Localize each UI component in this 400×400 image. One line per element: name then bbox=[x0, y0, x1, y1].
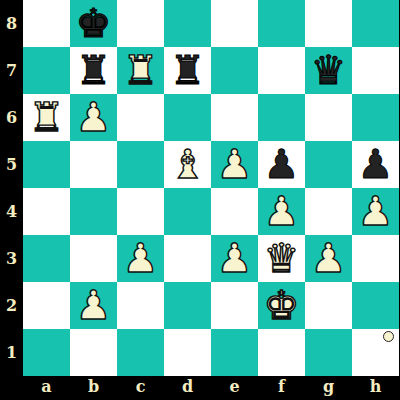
square-f2[interactable]: ♚ bbox=[258, 282, 305, 329]
square-g3[interactable]: ♟ bbox=[305, 235, 352, 282]
file-label-h: h bbox=[352, 376, 399, 400]
square-e2[interactable] bbox=[211, 282, 258, 329]
square-c8[interactable] bbox=[117, 0, 164, 47]
white-bishop[interactable]: ♝ bbox=[164, 141, 211, 188]
square-c3[interactable]: ♟ bbox=[117, 235, 164, 282]
square-f4[interactable]: ♟ bbox=[258, 188, 305, 235]
white-king[interactable]: ♚ bbox=[258, 282, 305, 329]
square-a5[interactable] bbox=[23, 141, 70, 188]
square-b5[interactable] bbox=[70, 141, 117, 188]
square-a7[interactable] bbox=[23, 47, 70, 94]
square-a6[interactable]: ♜ bbox=[23, 94, 70, 141]
square-c4[interactable] bbox=[117, 188, 164, 235]
square-e3[interactable]: ♟ bbox=[211, 235, 258, 282]
black-king[interactable]: ♚ bbox=[70, 0, 117, 47]
square-h5[interactable]: ♟ bbox=[352, 141, 399, 188]
square-f6[interactable] bbox=[258, 94, 305, 141]
square-c1[interactable] bbox=[117, 329, 164, 376]
square-d6[interactable] bbox=[164, 94, 211, 141]
square-g4[interactable] bbox=[305, 188, 352, 235]
square-b4[interactable] bbox=[70, 188, 117, 235]
rank-label-7: 7 bbox=[0, 47, 23, 94]
square-d4[interactable] bbox=[164, 188, 211, 235]
white-pawn[interactable]: ♟ bbox=[258, 188, 305, 235]
square-e5[interactable]: ♟ bbox=[211, 141, 258, 188]
rank-label-1: 1 bbox=[0, 329, 23, 376]
file-label-d: d bbox=[164, 376, 211, 400]
white-pawn[interactable]: ♟ bbox=[70, 282, 117, 329]
square-f3[interactable]: ♛ bbox=[258, 235, 305, 282]
square-h4[interactable]: ♟ bbox=[352, 188, 399, 235]
square-b7[interactable]: ♜ bbox=[70, 47, 117, 94]
square-b2[interactable]: ♟ bbox=[70, 282, 117, 329]
square-e7[interactable] bbox=[211, 47, 258, 94]
square-f1[interactable] bbox=[258, 329, 305, 376]
square-c5[interactable] bbox=[117, 141, 164, 188]
white-pawn[interactable]: ♟ bbox=[117, 235, 164, 282]
square-b3[interactable] bbox=[70, 235, 117, 282]
rank-label-8: 8 bbox=[0, 0, 23, 47]
white-rook[interactable]: ♜ bbox=[23, 94, 70, 141]
square-b8[interactable]: ♚ bbox=[70, 0, 117, 47]
file-label-b: b bbox=[70, 376, 117, 400]
square-f7[interactable] bbox=[258, 47, 305, 94]
chess-board[interactable]: ♚♜♜♜♛♜♟♝♟♟♟♟♟♟♟♛♟♟♚ bbox=[23, 0, 399, 376]
white-pawn[interactable]: ♟ bbox=[211, 235, 258, 282]
file-label-e: e bbox=[211, 376, 258, 400]
black-pawn[interactable]: ♟ bbox=[258, 141, 305, 188]
square-a3[interactable] bbox=[23, 235, 70, 282]
square-h7[interactable] bbox=[352, 47, 399, 94]
square-a1[interactable] bbox=[23, 329, 70, 376]
rank-label-4: 4 bbox=[0, 188, 23, 235]
square-e1[interactable] bbox=[211, 329, 258, 376]
file-label-g: g bbox=[305, 376, 352, 400]
square-g6[interactable] bbox=[305, 94, 352, 141]
square-e6[interactable] bbox=[211, 94, 258, 141]
rank-label-3: 3 bbox=[0, 235, 23, 282]
black-queen[interactable]: ♛ bbox=[305, 47, 352, 94]
square-b6[interactable]: ♟ bbox=[70, 94, 117, 141]
square-b1[interactable] bbox=[70, 329, 117, 376]
black-rook[interactable]: ♜ bbox=[70, 47, 117, 94]
square-d2[interactable] bbox=[164, 282, 211, 329]
file-label-c: c bbox=[117, 376, 164, 400]
black-rook[interactable]: ♜ bbox=[164, 47, 211, 94]
square-a8[interactable] bbox=[23, 0, 70, 47]
square-f8[interactable] bbox=[258, 0, 305, 47]
square-g7[interactable]: ♛ bbox=[305, 47, 352, 94]
square-d1[interactable] bbox=[164, 329, 211, 376]
rank-label-2: 2 bbox=[0, 282, 23, 329]
rank-labels: 87654321 bbox=[0, 0, 23, 376]
white-pawn[interactable]: ♟ bbox=[211, 141, 258, 188]
square-d8[interactable] bbox=[164, 0, 211, 47]
square-h2[interactable] bbox=[352, 282, 399, 329]
white-pawn[interactable]: ♟ bbox=[352, 188, 399, 235]
white-rook[interactable]: ♜ bbox=[117, 47, 164, 94]
rank-label-5: 5 bbox=[0, 141, 23, 188]
square-d5[interactable]: ♝ bbox=[164, 141, 211, 188]
square-g1[interactable] bbox=[305, 329, 352, 376]
file-label-f: f bbox=[258, 376, 305, 400]
white-queen[interactable]: ♛ bbox=[258, 235, 305, 282]
square-e4[interactable] bbox=[211, 188, 258, 235]
square-h6[interactable] bbox=[352, 94, 399, 141]
white-to-move-indicator bbox=[383, 331, 394, 342]
rank-label-6: 6 bbox=[0, 94, 23, 141]
square-d3[interactable] bbox=[164, 235, 211, 282]
square-c7[interactable]: ♜ bbox=[117, 47, 164, 94]
square-g8[interactable] bbox=[305, 0, 352, 47]
square-h8[interactable] bbox=[352, 0, 399, 47]
file-label-a: a bbox=[23, 376, 70, 400]
square-a4[interactable] bbox=[23, 188, 70, 235]
white-pawn[interactable]: ♟ bbox=[70, 94, 117, 141]
square-e8[interactable] bbox=[211, 0, 258, 47]
square-g5[interactable] bbox=[305, 141, 352, 188]
chess-board-window: 87654321 ♚♜♜♜♛♜♟♝♟♟♟♟♟♟♟♛♟♟♚ abcdefgh bbox=[0, 0, 400, 400]
square-a2[interactable] bbox=[23, 282, 70, 329]
square-h3[interactable] bbox=[352, 235, 399, 282]
file-labels: abcdefgh bbox=[23, 376, 399, 400]
white-pawn[interactable]: ♟ bbox=[305, 235, 352, 282]
square-g2[interactable] bbox=[305, 282, 352, 329]
square-c2[interactable] bbox=[117, 282, 164, 329]
black-pawn[interactable]: ♟ bbox=[352, 141, 399, 188]
square-c6[interactable] bbox=[117, 94, 164, 141]
square-f5[interactable]: ♟ bbox=[258, 141, 305, 188]
square-d7[interactable]: ♜ bbox=[164, 47, 211, 94]
